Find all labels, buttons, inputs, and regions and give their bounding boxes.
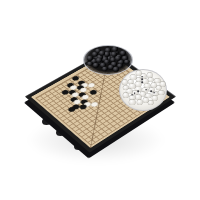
bowl-stone-black	[120, 51, 126, 56]
bowl-stone-white	[154, 78, 160, 83]
bowl-speck	[137, 91, 139, 93]
bowl-stone-white	[148, 77, 154, 82]
bowl-stone-white	[137, 100, 143, 105]
bowl-stone-white	[148, 100, 154, 105]
bowl-stone-black	[115, 56, 121, 61]
bowl-stone-black	[99, 51, 105, 56]
bowl-stone-white	[160, 82, 166, 87]
bowl-stone-black	[96, 58, 102, 63]
bowl-speck	[141, 81, 143, 83]
bowl-stone-black	[124, 60, 130, 65]
bowl-stone-black	[113, 67, 119, 72]
bowl-stone-black	[104, 59, 110, 64]
bowl-speck	[141, 76, 143, 78]
bowl-speck	[134, 93, 136, 95]
white-stone-bowl	[119, 69, 167, 111]
bowl-stone-white	[159, 90, 165, 95]
bowl-stone-black	[104, 52, 110, 57]
bowl-stone-black	[102, 66, 108, 71]
bowl-speck	[154, 92, 156, 94]
black-stone-bowl	[83, 45, 133, 75]
bowl-stone-white	[129, 84, 135, 89]
bowl-stone-white	[122, 80, 128, 85]
bowl-stone-white	[130, 75, 136, 80]
bowl-stone-white	[135, 82, 141, 87]
bowl-stone-white	[123, 93, 129, 98]
bowl-stone-black	[112, 47, 118, 52]
bowl-stone-black	[87, 56, 93, 61]
bowl-speck	[145, 89, 147, 91]
bowl-stone-white	[136, 71, 142, 76]
bowl-stone-white	[130, 100, 136, 105]
product-photo[interactable]: ●●●●●●●●●●●●●●●●●●●●●●	[0, 0, 200, 200]
bowl-stone-white	[123, 85, 129, 90]
bowl-stone-white	[147, 73, 153, 78]
bowl-speck	[131, 94, 133, 96]
bowl-stone-white	[128, 79, 134, 84]
bowl-stone-black	[93, 63, 99, 68]
bowl-stone-black	[87, 62, 93, 67]
bowl-speck	[141, 78, 143, 80]
bowl-speck	[151, 91, 153, 93]
